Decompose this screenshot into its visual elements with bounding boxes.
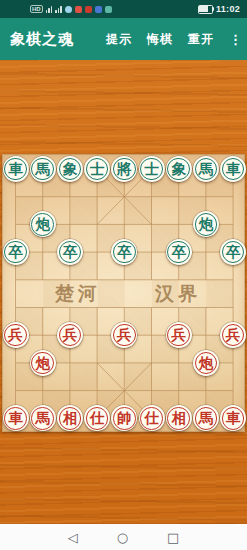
app-title: 象棋之魂 bbox=[10, 30, 74, 49]
app-bar: 象棋之魂 提示 悔棋 重开 ⋮ bbox=[0, 18, 247, 60]
signal-icon-2 bbox=[55, 5, 62, 13]
piece-red-cannon[interactable]: 炮 bbox=[193, 350, 219, 376]
piece-glyph: 士 bbox=[144, 156, 159, 182]
piece-black-advisor[interactable]: 士 bbox=[84, 156, 110, 182]
piece-red-horse[interactable]: 馬 bbox=[193, 405, 219, 431]
board-grid bbox=[3, 155, 246, 433]
piece-glyph: 帥 bbox=[117, 405, 132, 431]
piece-glyph: 炮 bbox=[35, 349, 50, 375]
status-right: 11:02 bbox=[198, 4, 240, 14]
piece-glyph: 卒 bbox=[226, 239, 241, 265]
piece-glyph: 象 bbox=[63, 156, 78, 182]
piece-glyph: 卒 bbox=[117, 239, 132, 265]
piece-red-advisor[interactable]: 仕 bbox=[139, 405, 165, 431]
piece-glyph: 車 bbox=[8, 156, 23, 182]
piece-glyph: 將 bbox=[117, 156, 132, 182]
phone-screen: HD 11:02 象棋之魂 提示 悔棋 重开 ⋮ bbox=[0, 0, 247, 550]
piece-black-advisor[interactable]: 士 bbox=[139, 156, 165, 182]
piece-glyph: 馬 bbox=[199, 156, 214, 182]
recents-icon[interactable]: □ bbox=[167, 531, 179, 544]
piece-glyph: 炮 bbox=[199, 349, 214, 375]
piece-glyph: 炮 bbox=[199, 211, 214, 237]
piece-glyph: 仕 bbox=[90, 405, 105, 431]
piece-black-soldier[interactable]: 卒 bbox=[57, 239, 83, 265]
piece-red-elephant[interactable]: 相 bbox=[57, 405, 83, 431]
app-actions: 提示 悔棋 重开 ⋮ bbox=[106, 31, 239, 48]
notification-icon-blue bbox=[95, 6, 102, 13]
kebab-menu-icon[interactable]: ⋮ bbox=[229, 33, 239, 46]
piece-red-chariot[interactable]: 車 bbox=[3, 405, 29, 431]
piece-glyph: 相 bbox=[63, 405, 78, 431]
piece-glyph: 兵 bbox=[63, 322, 78, 348]
piece-glyph: 卒 bbox=[171, 239, 186, 265]
piece-glyph: 馬 bbox=[199, 405, 214, 431]
wood-background: 楚河 汉界 車馬象士將士象馬車炮炮卒卒卒卒卒兵兵兵兵兵炮炮車馬相仕帥仕相馬車 bbox=[0, 60, 247, 550]
piece-black-cannon[interactable]: 炮 bbox=[30, 211, 56, 237]
piece-black-elephant[interactable]: 象 bbox=[57, 156, 83, 182]
piece-red-soldier[interactable]: 兵 bbox=[3, 322, 29, 348]
notification-icon-messenger bbox=[65, 6, 72, 13]
piece-glyph: 兵 bbox=[8, 322, 23, 348]
piece-glyph: 卒 bbox=[8, 239, 23, 265]
piece-black-horse[interactable]: 馬 bbox=[30, 156, 56, 182]
piece-glyph: 兵 bbox=[171, 322, 186, 348]
status-left-icons: HD bbox=[30, 5, 112, 13]
piece-black-chariot[interactable]: 車 bbox=[3, 156, 29, 182]
piece-red-cannon[interactable]: 炮 bbox=[30, 350, 56, 376]
piece-red-horse[interactable]: 馬 bbox=[30, 405, 56, 431]
piece-glyph: 馬 bbox=[35, 156, 50, 182]
piece-glyph: 士 bbox=[90, 156, 105, 182]
android-nav-bar: ◁ ○ □ bbox=[0, 524, 247, 550]
piece-glyph: 兵 bbox=[226, 322, 241, 348]
piece-glyph: 卒 bbox=[63, 239, 78, 265]
piece-glyph: 仕 bbox=[144, 405, 159, 431]
piece-glyph: 車 bbox=[8, 405, 23, 431]
piece-glyph: 相 bbox=[171, 405, 186, 431]
undo-move-button[interactable]: 悔棋 bbox=[147, 31, 173, 48]
home-icon[interactable]: ○ bbox=[117, 531, 128, 544]
piece-glyph: 車 bbox=[226, 405, 241, 431]
status-bar: HD 11:02 bbox=[0, 0, 247, 18]
restart-button[interactable]: 重开 bbox=[188, 31, 214, 48]
piece-red-elephant[interactable]: 相 bbox=[166, 405, 192, 431]
piece-black-soldier[interactable]: 卒 bbox=[220, 239, 246, 265]
signal-icon bbox=[46, 5, 53, 13]
piece-black-chariot[interactable]: 車 bbox=[220, 156, 246, 182]
piece-red-soldier[interactable]: 兵 bbox=[57, 322, 83, 348]
piece-black-soldier[interactable]: 卒 bbox=[166, 239, 192, 265]
piece-glyph: 炮 bbox=[35, 211, 50, 237]
piece-glyph: 象 bbox=[171, 156, 186, 182]
battery-icon bbox=[198, 5, 213, 14]
piece-glyph: 車 bbox=[226, 156, 241, 182]
hint-button[interactable]: 提示 bbox=[106, 31, 132, 48]
piece-glyph: 馬 bbox=[35, 405, 50, 431]
back-icon[interactable]: ◁ bbox=[68, 531, 78, 544]
notification-icon-red-2 bbox=[85, 6, 92, 13]
hd-icon: HD bbox=[30, 5, 43, 13]
piece-black-horse[interactable]: 馬 bbox=[193, 156, 219, 182]
status-time: 11:02 bbox=[216, 4, 240, 14]
xiangqi-board[interactable]: 楚河 汉界 車馬象士將士象馬車炮炮卒卒卒卒卒兵兵兵兵兵炮炮車馬相仕帥仕相馬車 bbox=[2, 154, 245, 432]
piece-glyph: 兵 bbox=[117, 322, 132, 348]
notification-icon-teal bbox=[105, 6, 112, 13]
piece-red-soldier[interactable]: 兵 bbox=[166, 322, 192, 348]
piece-black-elephant[interactable]: 象 bbox=[166, 156, 192, 182]
piece-black-soldier[interactable]: 卒 bbox=[3, 239, 29, 265]
notification-icon-red bbox=[75, 6, 82, 13]
